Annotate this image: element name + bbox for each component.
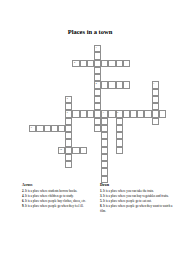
clue-number: 3	[153, 82, 154, 84]
clue: 3. It is a place where you can buy veget…	[100, 194, 174, 199]
clue: 9. It is a place where people go when th…	[22, 204, 96, 209]
crossword-cell[interactable]: 4	[94, 81, 101, 88]
crossword-cell[interactable]	[36, 125, 43, 132]
crossword-cell[interactable]	[116, 139, 123, 146]
crossword-cell[interactable]	[94, 89, 101, 96]
crossword-cell[interactable]	[51, 125, 58, 132]
crossword-cell[interactable]	[94, 74, 101, 81]
clue: 8. It is a place where people go when th…	[100, 204, 174, 213]
crossword-cell[interactable]: 5	[65, 96, 72, 103]
down-header: Down	[100, 183, 174, 187]
down-section: Down 1. It is a place where you can take…	[100, 183, 174, 214]
crossword-cell[interactable]	[101, 60, 108, 67]
crossword-cell[interactable]	[101, 118, 108, 125]
worksheet-page: Places in a town 12435678910 Across 2. I…	[0, 0, 180, 255]
crossword-cell[interactable]: 7	[101, 110, 108, 117]
crossword-cell[interactable]: 6	[65, 110, 72, 117]
crossword-cell[interactable]	[94, 60, 101, 67]
crossword-cell[interactable]: 2	[72, 60, 79, 67]
clue: 5. It is a place where people go to eat …	[100, 199, 174, 204]
clue-list-number: 4.	[22, 194, 25, 198]
crossword-cell[interactable]	[87, 110, 94, 117]
crossword-cell[interactable]	[123, 60, 130, 67]
clue-number: 6	[67, 111, 68, 113]
crossword-grid: 12435678910	[0, 0, 180, 190]
clue: 4. It is a place where children go to st…	[22, 194, 96, 199]
clue-list-number: 9.	[22, 204, 25, 208]
crossword-cell[interactable]	[65, 103, 72, 110]
clue-number: 4	[96, 82, 97, 84]
crossword-cell[interactable]	[72, 110, 79, 117]
crossword-cell[interactable]	[116, 132, 123, 139]
crossword-cell[interactable]	[94, 110, 101, 117]
crossword-cell[interactable]	[94, 125, 101, 132]
clue-number: 10	[60, 148, 62, 150]
clue-list-number: 5.	[100, 199, 103, 203]
clue-list-number: 8.	[100, 204, 103, 208]
crossword-cell[interactable]	[44, 125, 51, 132]
crossword-cell[interactable]	[94, 52, 101, 59]
crossword-cell[interactable]	[80, 110, 87, 117]
across-section: Across 2. It is a place where students b…	[22, 183, 96, 214]
crossword-cell[interactable]	[152, 103, 159, 110]
crossword-cell[interactable]	[65, 154, 72, 161]
crossword-cell[interactable]	[101, 132, 108, 139]
crossword-cell[interactable]	[101, 147, 108, 154]
clue-number: 1	[96, 46, 97, 48]
crossword-cell[interactable]	[80, 147, 87, 154]
crossword-cell[interactable]	[58, 125, 65, 132]
clue-list-number: 1.	[100, 189, 103, 193]
crossword-cell[interactable]: 8	[116, 110, 123, 117]
crossword-cell[interactable]	[116, 125, 123, 132]
crossword-cell[interactable]	[72, 147, 79, 154]
crossword-cell[interactable]	[94, 67, 101, 74]
crossword-cell[interactable]	[159, 110, 166, 117]
crossword-cell[interactable]	[101, 176, 108, 183]
crossword-cell[interactable]	[108, 81, 115, 88]
crossword-cell[interactable]	[123, 110, 130, 117]
crossword-cell[interactable]	[137, 110, 144, 117]
crossword-cell[interactable]	[116, 147, 123, 154]
crossword-cell[interactable]	[130, 110, 137, 117]
across-header: Across	[22, 183, 96, 187]
crossword-cell[interactable]	[116, 60, 123, 67]
clue-number: 9	[31, 126, 32, 128]
crossword-cell[interactable]	[94, 96, 101, 103]
crossword-cell[interactable]	[101, 125, 108, 132]
crossword-cell[interactable]	[116, 118, 123, 125]
across-clue-list: 2. It is a place where students borrow b…	[22, 189, 96, 209]
clue-list-number: 6.	[22, 199, 25, 203]
clue-list-number: 3.	[100, 194, 103, 198]
crossword-cell[interactable]	[80, 60, 87, 67]
crossword-cell[interactable]	[65, 125, 72, 132]
crossword-cell[interactable]	[65, 139, 72, 146]
clue-number: 2	[74, 61, 75, 63]
crossword-cell[interactable]: 1	[94, 45, 101, 52]
crossword-cell[interactable]: 3	[152, 81, 159, 88]
clue-number: 5	[67, 97, 68, 99]
crossword-cell[interactable]	[65, 118, 72, 125]
crossword-cell[interactable]: 10	[58, 147, 65, 154]
clue-number: 8	[117, 111, 118, 113]
crossword-cell[interactable]: 9	[29, 125, 36, 132]
crossword-cell[interactable]	[152, 96, 159, 103]
crossword-cell[interactable]	[144, 110, 151, 117]
crossword-cell[interactable]	[108, 110, 115, 117]
clue: 1. It is a place where you can take the …	[100, 189, 174, 194]
crossword-cell[interactable]	[65, 147, 72, 154]
crossword-cell[interactable]	[116, 81, 123, 88]
crossword-cell[interactable]	[101, 168, 108, 175]
crossword-cell[interactable]	[65, 132, 72, 139]
clue-section: Across 2. It is a place where students b…	[22, 183, 176, 214]
down-clue-list: 1. It is a place where you can take the …	[100, 189, 174, 214]
crossword-cell[interactable]	[65, 161, 72, 168]
clue: 2. It is a place where students borrow b…	[22, 189, 96, 194]
crossword-cell[interactable]	[94, 118, 101, 125]
crossword-cell[interactable]	[101, 81, 108, 88]
crossword-cell[interactable]	[152, 110, 159, 117]
clue: 6. It is a place where people buy clothe…	[22, 199, 96, 204]
crossword-cell[interactable]	[108, 60, 115, 67]
clue-list-number: 2.	[22, 189, 25, 193]
clue-number: 7	[103, 111, 104, 113]
crossword-cell[interactable]	[101, 139, 108, 146]
crossword-cell[interactable]	[101, 154, 108, 161]
crossword-cell[interactable]	[123, 81, 130, 88]
crossword-cell[interactable]	[152, 89, 159, 96]
crossword-cell[interactable]	[94, 103, 101, 110]
crossword-cell[interactable]	[101, 161, 108, 168]
crossword-cell[interactable]	[87, 60, 94, 67]
crossword-cell[interactable]	[152, 118, 159, 125]
